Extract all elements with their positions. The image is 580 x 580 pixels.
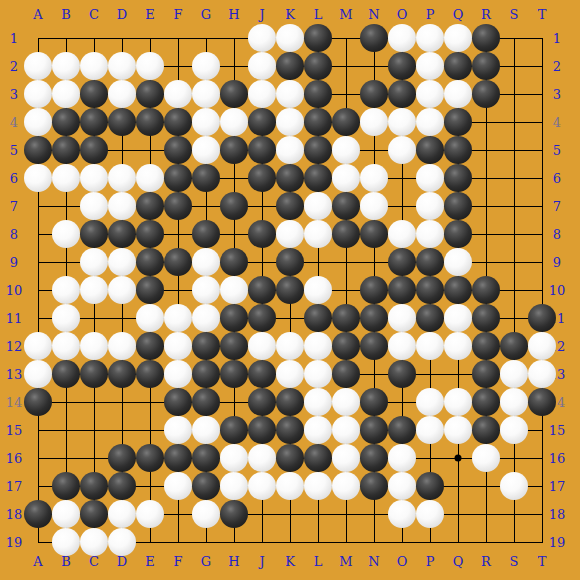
black-stone-E13 bbox=[136, 360, 164, 388]
black-stone-N17 bbox=[360, 472, 388, 500]
black-stone-C17 bbox=[80, 472, 108, 500]
white-stone-P3 bbox=[416, 80, 444, 108]
row-label-right-4: 4 bbox=[553, 116, 561, 129]
black-stone-G17 bbox=[192, 472, 220, 500]
white-stone-E6 bbox=[136, 164, 164, 192]
black-stone-F16 bbox=[164, 444, 192, 472]
black-stone-D8 bbox=[108, 220, 136, 248]
black-stone-M12 bbox=[332, 332, 360, 360]
black-stone-J10 bbox=[248, 276, 276, 304]
white-stone-E18 bbox=[136, 500, 164, 528]
black-stone-F9 bbox=[164, 248, 192, 276]
white-stone-H4 bbox=[220, 108, 248, 136]
black-stone-L2 bbox=[304, 52, 332, 80]
white-stone-L14 bbox=[304, 388, 332, 416]
row-label-left-18: 18 bbox=[6, 508, 23, 521]
white-stone-D3 bbox=[108, 80, 136, 108]
white-stone-M5 bbox=[332, 136, 360, 164]
black-stone-A18 bbox=[24, 500, 52, 528]
white-stone-B10 bbox=[52, 276, 80, 304]
row-label-right-17: 17 bbox=[549, 480, 566, 493]
white-stone-L15 bbox=[304, 416, 332, 444]
row-label-right-18: 18 bbox=[549, 508, 566, 521]
row-label-left-15: 15 bbox=[6, 424, 23, 437]
black-stone-O9 bbox=[388, 248, 416, 276]
white-stone-B3 bbox=[52, 80, 80, 108]
row-label-right-19: 19 bbox=[549, 536, 566, 549]
white-stone-A6 bbox=[24, 164, 52, 192]
row-label-left-8: 8 bbox=[10, 228, 18, 241]
white-stone-J3 bbox=[248, 80, 276, 108]
black-stone-E12 bbox=[136, 332, 164, 360]
white-stone-C9 bbox=[80, 248, 108, 276]
col-label-top-M: M bbox=[339, 8, 352, 21]
white-stone-D7 bbox=[108, 192, 136, 220]
white-stone-O4 bbox=[388, 108, 416, 136]
white-stone-P4 bbox=[416, 108, 444, 136]
black-stone-N15 bbox=[360, 416, 388, 444]
black-stone-K6 bbox=[276, 164, 304, 192]
black-stone-L3 bbox=[304, 80, 332, 108]
black-stone-H11 bbox=[220, 304, 248, 332]
black-stone-E3 bbox=[136, 80, 164, 108]
black-stone-C3 bbox=[80, 80, 108, 108]
black-stone-D13 bbox=[108, 360, 136, 388]
row-label-left-19: 19 bbox=[6, 536, 23, 549]
black-stone-G16 bbox=[192, 444, 220, 472]
white-stone-G5 bbox=[192, 136, 220, 164]
black-stone-C18 bbox=[80, 500, 108, 528]
black-stone-O2 bbox=[388, 52, 416, 80]
black-stone-N14 bbox=[360, 388, 388, 416]
black-stone-Q7 bbox=[444, 192, 472, 220]
go-board[interactable]: AABBCCDDEEFFGGHHJJKKLLMMNNOOPPQQRRSSTT11… bbox=[0, 0, 580, 580]
white-stone-O5 bbox=[388, 136, 416, 164]
white-stone-B18 bbox=[52, 500, 80, 528]
row-label-right-7: 7 bbox=[553, 200, 561, 213]
black-stone-M7 bbox=[332, 192, 360, 220]
white-stone-H16 bbox=[220, 444, 248, 472]
col-label-top-E: E bbox=[145, 8, 155, 21]
black-stone-G12 bbox=[192, 332, 220, 360]
black-stone-D16 bbox=[108, 444, 136, 472]
col-label-bottom-R: R bbox=[481, 555, 491, 568]
row-label-left-16: 16 bbox=[6, 452, 23, 465]
black-stone-K7 bbox=[276, 192, 304, 220]
col-label-top-R: R bbox=[481, 8, 491, 21]
white-stone-K1 bbox=[276, 24, 304, 52]
black-stone-H12 bbox=[220, 332, 248, 360]
col-label-top-S: S bbox=[510, 8, 519, 21]
black-stone-C13 bbox=[80, 360, 108, 388]
black-stone-J14 bbox=[248, 388, 276, 416]
white-stone-S15 bbox=[500, 416, 528, 444]
white-stone-B12 bbox=[52, 332, 80, 360]
black-stone-A5 bbox=[24, 136, 52, 164]
white-stone-D2 bbox=[108, 52, 136, 80]
white-stone-R16 bbox=[472, 444, 500, 472]
white-stone-P18 bbox=[416, 500, 444, 528]
black-stone-F7 bbox=[164, 192, 192, 220]
black-stone-F5 bbox=[164, 136, 192, 164]
row-label-left-4: 4 bbox=[10, 116, 18, 129]
col-label-bottom-H: H bbox=[228, 555, 239, 568]
black-stone-G8 bbox=[192, 220, 220, 248]
black-stone-L5 bbox=[304, 136, 332, 164]
black-stone-E9 bbox=[136, 248, 164, 276]
white-stone-Q3 bbox=[444, 80, 472, 108]
black-stone-N1 bbox=[360, 24, 388, 52]
white-stone-E11 bbox=[136, 304, 164, 332]
row-label-left-1: 1 bbox=[10, 32, 18, 45]
white-stone-M15 bbox=[332, 416, 360, 444]
black-stone-P11 bbox=[416, 304, 444, 332]
black-stone-N16 bbox=[360, 444, 388, 472]
white-stone-K13 bbox=[276, 360, 304, 388]
white-stone-O17 bbox=[388, 472, 416, 500]
black-stone-L11 bbox=[304, 304, 332, 332]
row-label-left-7: 7 bbox=[10, 200, 18, 213]
black-stone-R12 bbox=[472, 332, 500, 360]
white-stone-L12 bbox=[304, 332, 332, 360]
black-stone-R15 bbox=[472, 416, 500, 444]
white-stone-B8 bbox=[52, 220, 80, 248]
white-stone-P7 bbox=[416, 192, 444, 220]
black-stone-R1 bbox=[472, 24, 500, 52]
row-label-right-8: 8 bbox=[553, 228, 561, 241]
col-label-bottom-J: J bbox=[259, 555, 264, 568]
black-stone-N12 bbox=[360, 332, 388, 360]
white-stone-P15 bbox=[416, 416, 444, 444]
black-stone-Q10 bbox=[444, 276, 472, 304]
row-label-right-5: 5 bbox=[553, 144, 561, 157]
col-label-top-T: T bbox=[538, 8, 547, 21]
black-stone-R14 bbox=[472, 388, 500, 416]
col-label-bottom-G: G bbox=[201, 555, 211, 568]
row-label-right-15: 15 bbox=[549, 424, 566, 437]
white-stone-M6 bbox=[332, 164, 360, 192]
white-stone-O8 bbox=[388, 220, 416, 248]
row-label-left-17: 17 bbox=[6, 480, 23, 493]
col-label-bottom-S: S bbox=[510, 555, 519, 568]
black-stone-G13 bbox=[192, 360, 220, 388]
black-stone-D4 bbox=[108, 108, 136, 136]
black-stone-K15 bbox=[276, 416, 304, 444]
black-stone-G6 bbox=[192, 164, 220, 192]
black-stone-C8 bbox=[80, 220, 108, 248]
col-label-bottom-F: F bbox=[173, 555, 182, 568]
black-stone-L6 bbox=[304, 164, 332, 192]
white-stone-B11 bbox=[52, 304, 80, 332]
white-stone-J16 bbox=[248, 444, 276, 472]
black-stone-D17 bbox=[108, 472, 136, 500]
col-label-top-F: F bbox=[173, 8, 182, 21]
row-label-right-2: 2 bbox=[553, 60, 561, 73]
black-stone-R11 bbox=[472, 304, 500, 332]
black-stone-N3 bbox=[360, 80, 388, 108]
white-stone-J1 bbox=[248, 24, 276, 52]
white-stone-O11 bbox=[388, 304, 416, 332]
black-stone-R13 bbox=[472, 360, 500, 388]
black-stone-L4 bbox=[304, 108, 332, 136]
col-label-top-P: P bbox=[426, 8, 435, 21]
black-stone-O10 bbox=[388, 276, 416, 304]
white-stone-M16 bbox=[332, 444, 360, 472]
white-stone-F3 bbox=[164, 80, 192, 108]
white-stone-N6 bbox=[360, 164, 388, 192]
white-stone-C19 bbox=[80, 528, 108, 556]
white-stone-F15 bbox=[164, 416, 192, 444]
col-label-top-Q: Q bbox=[453, 8, 464, 21]
white-stone-B19 bbox=[52, 528, 80, 556]
black-stone-O15 bbox=[388, 416, 416, 444]
black-stone-N10 bbox=[360, 276, 388, 304]
col-label-bottom-L: L bbox=[314, 555, 323, 568]
white-stone-P6 bbox=[416, 164, 444, 192]
black-stone-H5 bbox=[220, 136, 248, 164]
black-stone-H15 bbox=[220, 416, 248, 444]
row-label-right-10: 10 bbox=[549, 284, 566, 297]
black-stone-C4 bbox=[80, 108, 108, 136]
white-stone-D6 bbox=[108, 164, 136, 192]
row-label-right-6: 6 bbox=[553, 172, 561, 185]
black-stone-A14 bbox=[24, 388, 52, 416]
black-stone-B5 bbox=[52, 136, 80, 164]
row-label-left-9: 9 bbox=[10, 256, 18, 269]
white-stone-O1 bbox=[388, 24, 416, 52]
black-stone-B4 bbox=[52, 108, 80, 136]
col-label-bottom-B: B bbox=[61, 555, 71, 568]
black-stone-N11 bbox=[360, 304, 388, 332]
black-stone-K14 bbox=[276, 388, 304, 416]
col-label-top-O: O bbox=[397, 8, 408, 21]
row-label-right-1: 1 bbox=[553, 32, 561, 45]
black-stone-H3 bbox=[220, 80, 248, 108]
black-stone-B17 bbox=[52, 472, 80, 500]
white-stone-A13 bbox=[24, 360, 52, 388]
white-stone-P1 bbox=[416, 24, 444, 52]
white-stone-C6 bbox=[80, 164, 108, 192]
col-label-top-D: D bbox=[117, 8, 127, 21]
row-label-right-16: 16 bbox=[549, 452, 566, 465]
white-stone-K3 bbox=[276, 80, 304, 108]
col-label-bottom-C: C bbox=[89, 555, 99, 568]
black-stone-T14 bbox=[528, 388, 556, 416]
white-stone-T12 bbox=[528, 332, 556, 360]
white-stone-L17 bbox=[304, 472, 332, 500]
white-stone-N4 bbox=[360, 108, 388, 136]
black-stone-O13 bbox=[388, 360, 416, 388]
white-stone-L10 bbox=[304, 276, 332, 304]
row-label-left-11: 11 bbox=[6, 312, 23, 325]
black-stone-J13 bbox=[248, 360, 276, 388]
white-stone-Q9 bbox=[444, 248, 472, 276]
white-stone-H17 bbox=[220, 472, 248, 500]
black-stone-Q8 bbox=[444, 220, 472, 248]
white-stone-G4 bbox=[192, 108, 220, 136]
col-label-bottom-O: O bbox=[397, 555, 408, 568]
row-label-left-5: 5 bbox=[10, 144, 18, 157]
col-label-top-C: C bbox=[89, 8, 99, 21]
white-stone-S17 bbox=[500, 472, 528, 500]
white-stone-P12 bbox=[416, 332, 444, 360]
white-stone-D19 bbox=[108, 528, 136, 556]
black-stone-R10 bbox=[472, 276, 500, 304]
col-label-top-A: A bbox=[33, 8, 42, 21]
white-stone-A3 bbox=[24, 80, 52, 108]
black-stone-H9 bbox=[220, 248, 248, 276]
white-stone-B2 bbox=[52, 52, 80, 80]
black-stone-S12 bbox=[500, 332, 528, 360]
white-stone-A2 bbox=[24, 52, 52, 80]
black-stone-H18 bbox=[220, 500, 248, 528]
white-stone-D18 bbox=[108, 500, 136, 528]
black-stone-R2 bbox=[472, 52, 500, 80]
black-stone-Q2 bbox=[444, 52, 472, 80]
black-stone-J5 bbox=[248, 136, 276, 164]
col-label-bottom-E: E bbox=[145, 555, 155, 568]
black-stone-J4 bbox=[248, 108, 276, 136]
row-label-left-6: 6 bbox=[10, 172, 18, 185]
white-stone-E2 bbox=[136, 52, 164, 80]
black-stone-F6 bbox=[164, 164, 192, 192]
white-stone-F12 bbox=[164, 332, 192, 360]
white-stone-J12 bbox=[248, 332, 276, 360]
white-stone-B6 bbox=[52, 164, 80, 192]
black-stone-M13 bbox=[332, 360, 360, 388]
white-stone-D12 bbox=[108, 332, 136, 360]
white-stone-Q11 bbox=[444, 304, 472, 332]
black-stone-E8 bbox=[136, 220, 164, 248]
row-label-left-2: 2 bbox=[10, 60, 18, 73]
white-stone-N7 bbox=[360, 192, 388, 220]
white-stone-L8 bbox=[304, 220, 332, 248]
white-stone-K12 bbox=[276, 332, 304, 360]
grid-line-vertical bbox=[514, 38, 515, 543]
black-stone-P5 bbox=[416, 136, 444, 164]
black-stone-R3 bbox=[472, 80, 500, 108]
row-label-left-10: 10 bbox=[6, 284, 23, 297]
white-stone-C2 bbox=[80, 52, 108, 80]
white-stone-D9 bbox=[108, 248, 136, 276]
white-stone-A12 bbox=[24, 332, 52, 360]
white-stone-S14 bbox=[500, 388, 528, 416]
black-stone-P10 bbox=[416, 276, 444, 304]
white-stone-G10 bbox=[192, 276, 220, 304]
white-stone-J17 bbox=[248, 472, 276, 500]
black-stone-H7 bbox=[220, 192, 248, 220]
black-stone-E7 bbox=[136, 192, 164, 220]
white-stone-C7 bbox=[80, 192, 108, 220]
col-label-top-L: L bbox=[314, 8, 323, 21]
black-stone-H13 bbox=[220, 360, 248, 388]
black-stone-K9 bbox=[276, 248, 304, 276]
black-stone-J11 bbox=[248, 304, 276, 332]
white-stone-G9 bbox=[192, 248, 220, 276]
white-stone-Q12 bbox=[444, 332, 472, 360]
white-stone-F13 bbox=[164, 360, 192, 388]
white-stone-L13 bbox=[304, 360, 332, 388]
black-stone-M8 bbox=[332, 220, 360, 248]
white-stone-K5 bbox=[276, 136, 304, 164]
black-stone-L16 bbox=[304, 444, 332, 472]
white-stone-L7 bbox=[304, 192, 332, 220]
white-stone-A4 bbox=[24, 108, 52, 136]
white-stone-G11 bbox=[192, 304, 220, 332]
white-stone-P2 bbox=[416, 52, 444, 80]
col-label-top-K: K bbox=[285, 8, 295, 21]
black-stone-K16 bbox=[276, 444, 304, 472]
row-label-right-3: 3 bbox=[553, 88, 561, 101]
white-stone-C12 bbox=[80, 332, 108, 360]
white-stone-T13 bbox=[528, 360, 556, 388]
col-label-bottom-P: P bbox=[426, 555, 435, 568]
white-stone-C10 bbox=[80, 276, 108, 304]
black-stone-P17 bbox=[416, 472, 444, 500]
white-stone-H10 bbox=[220, 276, 248, 304]
hoshi-point-Q16 bbox=[455, 455, 462, 462]
black-stone-O3 bbox=[388, 80, 416, 108]
white-stone-G18 bbox=[192, 500, 220, 528]
white-stone-O12 bbox=[388, 332, 416, 360]
black-stone-J15 bbox=[248, 416, 276, 444]
black-stone-E4 bbox=[136, 108, 164, 136]
grid-line-vertical bbox=[542, 38, 543, 543]
black-stone-J6 bbox=[248, 164, 276, 192]
black-stone-N8 bbox=[360, 220, 388, 248]
white-stone-F17 bbox=[164, 472, 192, 500]
black-stone-M11 bbox=[332, 304, 360, 332]
row-label-left-14: 14 bbox=[6, 396, 23, 409]
col-label-bottom-N: N bbox=[368, 555, 379, 568]
white-stone-K17 bbox=[276, 472, 304, 500]
black-stone-G14 bbox=[192, 388, 220, 416]
col-label-top-N: N bbox=[368, 8, 379, 21]
white-stone-G2 bbox=[192, 52, 220, 80]
white-stone-F11 bbox=[164, 304, 192, 332]
white-stone-D10 bbox=[108, 276, 136, 304]
black-stone-Q4 bbox=[444, 108, 472, 136]
black-stone-Q5 bbox=[444, 136, 472, 164]
col-label-bottom-A: A bbox=[33, 555, 42, 568]
black-stone-K10 bbox=[276, 276, 304, 304]
col-label-bottom-K: K bbox=[285, 555, 295, 568]
col-label-bottom-T: T bbox=[538, 555, 547, 568]
black-stone-T11 bbox=[528, 304, 556, 332]
white-stone-G15 bbox=[192, 416, 220, 444]
col-label-top-H: H bbox=[228, 8, 239, 21]
black-stone-K2 bbox=[276, 52, 304, 80]
white-stone-S13 bbox=[500, 360, 528, 388]
white-stone-Q1 bbox=[444, 24, 472, 52]
white-stone-Q15 bbox=[444, 416, 472, 444]
white-stone-K4 bbox=[276, 108, 304, 136]
white-stone-M14 bbox=[332, 388, 360, 416]
white-stone-J2 bbox=[248, 52, 276, 80]
row-label-right-9: 9 bbox=[553, 256, 561, 269]
white-stone-M17 bbox=[332, 472, 360, 500]
row-label-left-3: 3 bbox=[10, 88, 18, 101]
col-label-bottom-M: M bbox=[339, 555, 352, 568]
black-stone-J8 bbox=[248, 220, 276, 248]
black-stone-E16 bbox=[136, 444, 164, 472]
black-stone-Q6 bbox=[444, 164, 472, 192]
row-label-left-13: 13 bbox=[6, 368, 23, 381]
col-label-bottom-Q: Q bbox=[453, 555, 464, 568]
col-label-bottom-D: D bbox=[117, 555, 127, 568]
white-stone-O16 bbox=[388, 444, 416, 472]
black-stone-B13 bbox=[52, 360, 80, 388]
